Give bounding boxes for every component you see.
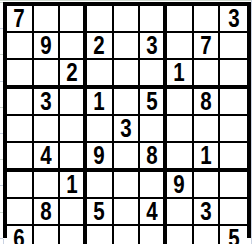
cell-r7c7[interactable]: 9 xyxy=(167,172,194,199)
cell-r8c9[interactable] xyxy=(220,199,247,226)
cell-r1c5[interactable] xyxy=(114,6,141,33)
given-digit: 8 xyxy=(146,143,157,168)
cell-r2c3[interactable] xyxy=(60,33,87,60)
cell-r3c7[interactable]: 1 xyxy=(167,60,194,89)
given-digit: 5 xyxy=(94,199,105,224)
cell-r4c5[interactable] xyxy=(114,89,141,116)
cell-r5c3[interactable] xyxy=(60,116,87,143)
cell-r2c8[interactable]: 7 xyxy=(194,33,221,60)
cell-r9c3[interactable] xyxy=(60,226,87,244)
cell-r3c4[interactable] xyxy=(87,60,114,89)
cell-r1c4[interactable] xyxy=(87,6,114,33)
cell-r4c8[interactable]: 8 xyxy=(194,89,221,116)
given-digit: 4 xyxy=(146,199,157,224)
cell-r9c9[interactable]: 5 xyxy=(220,226,247,244)
cell-r4c7[interactable] xyxy=(167,89,194,116)
cell-r8c6[interactable]: 4 xyxy=(140,199,167,226)
cell-r8c2[interactable]: 8 xyxy=(34,199,61,226)
cell-r7c2[interactable] xyxy=(34,172,61,199)
given-digit: 1 xyxy=(200,143,211,168)
cell-r2c7[interactable] xyxy=(167,33,194,60)
cell-r1c9[interactable]: 3 xyxy=(220,6,247,33)
cell-r6c2[interactable]: 4 xyxy=(34,143,61,172)
cell-r5c7[interactable] xyxy=(167,116,194,143)
cell-r3c9[interactable] xyxy=(220,60,247,89)
cell-r3c2[interactable] xyxy=(34,60,61,89)
given-digit: 3 xyxy=(120,116,131,141)
given-digit: 1 xyxy=(174,60,185,85)
cell-r1c1[interactable]: 7 xyxy=(7,6,34,33)
cell-r3c6[interactable] xyxy=(140,60,167,89)
sudoku-board: 7392372131583498119854365 xyxy=(3,2,251,238)
given-digit: 8 xyxy=(40,199,51,224)
cell-r2c9[interactable] xyxy=(220,33,247,60)
cell-r5c2[interactable] xyxy=(34,116,61,143)
cell-r2c2[interactable]: 9 xyxy=(34,33,61,60)
cell-r2c5[interactable] xyxy=(114,33,141,60)
given-digit: 9 xyxy=(174,172,185,197)
cell-r7c6[interactable] xyxy=(140,172,167,199)
cell-r3c5[interactable] xyxy=(114,60,141,89)
cell-r1c2[interactable] xyxy=(34,6,61,33)
cell-r9c8[interactable] xyxy=(194,226,221,244)
cell-r8c5[interactable] xyxy=(114,199,141,226)
given-digit: 7 xyxy=(200,33,211,58)
given-digit: 2 xyxy=(94,33,105,58)
given-digit: 2 xyxy=(66,60,77,85)
cell-r6c6[interactable]: 8 xyxy=(140,143,167,172)
given-digit: 9 xyxy=(40,33,51,58)
cell-r6c8[interactable]: 1 xyxy=(194,143,221,172)
cell-r2c6[interactable]: 3 xyxy=(140,33,167,60)
cell-r8c7[interactable] xyxy=(167,199,194,226)
cell-r7c3[interactable]: 1 xyxy=(60,172,87,199)
cell-r3c8[interactable] xyxy=(194,60,221,89)
given-digit: 6 xyxy=(14,226,25,244)
cell-r5c8[interactable] xyxy=(194,116,221,143)
cell-r6c7[interactable] xyxy=(167,143,194,172)
cell-r8c4[interactable]: 5 xyxy=(87,199,114,226)
cell-r1c6[interactable] xyxy=(140,6,167,33)
given-digit: 1 xyxy=(94,89,105,114)
cell-r7c1[interactable] xyxy=(7,172,34,199)
given-digit: 3 xyxy=(200,199,211,224)
cell-r8c1[interactable] xyxy=(7,199,34,226)
cell-r1c3[interactable] xyxy=(60,6,87,33)
cell-r9c6[interactable] xyxy=(140,226,167,244)
cell-r2c4[interactable]: 2 xyxy=(87,33,114,60)
cell-r4c1[interactable] xyxy=(7,89,34,116)
spreadsheet-gridline-right xyxy=(251,0,252,244)
spreadsheet-gridline-bottom-tick xyxy=(251,239,252,244)
cell-r9c7[interactable] xyxy=(167,226,194,244)
cell-r4c3[interactable] xyxy=(60,89,87,116)
cell-r5c9[interactable] xyxy=(220,116,247,143)
cell-r1c7[interactable] xyxy=(167,6,194,33)
given-digit: 3 xyxy=(228,6,239,31)
given-digit: 5 xyxy=(146,89,157,114)
cell-r7c4[interactable] xyxy=(87,172,114,199)
cell-r8c8[interactable]: 3 xyxy=(194,199,221,226)
cell-r6c9[interactable] xyxy=(220,143,247,172)
cell-r4c4[interactable]: 1 xyxy=(87,89,114,116)
cell-r5c1[interactable] xyxy=(7,116,34,143)
given-digit: 9 xyxy=(94,143,105,168)
given-digit: 4 xyxy=(40,143,51,168)
cell-r6c5[interactable] xyxy=(114,143,141,172)
cell-r7c8[interactable] xyxy=(194,172,221,199)
cell-r6c1[interactable] xyxy=(7,143,34,172)
spreadsheet-gridline-bottom-tick xyxy=(3,239,4,244)
cell-r3c1[interactable] xyxy=(7,60,34,89)
given-digit: 8 xyxy=(200,89,211,114)
cell-r4c9[interactable] xyxy=(220,89,247,116)
given-digit: 5 xyxy=(228,226,239,244)
cell-r5c6[interactable] xyxy=(140,116,167,143)
cell-r5c5[interactable]: 3 xyxy=(114,116,141,143)
cell-r3c3[interactable]: 2 xyxy=(60,60,87,89)
cell-r9c1[interactable]: 6 xyxy=(7,226,34,244)
cell-r9c4[interactable] xyxy=(87,226,114,244)
cell-r6c3[interactable] xyxy=(60,143,87,172)
given-digit: 1 xyxy=(66,172,77,197)
cell-r5c4[interactable] xyxy=(87,116,114,143)
cell-r9c5[interactable] xyxy=(114,226,141,244)
given-digit: 3 xyxy=(146,33,157,58)
cell-r8c3[interactable] xyxy=(60,199,87,226)
given-digit: 7 xyxy=(14,6,25,31)
cell-r9c2[interactable] xyxy=(34,226,61,244)
cell-r6c4[interactable]: 9 xyxy=(87,143,114,172)
cell-r4c2[interactable]: 3 xyxy=(34,89,61,116)
cell-r2c1[interactable] xyxy=(7,33,34,60)
cell-r4c6[interactable]: 5 xyxy=(140,89,167,116)
cell-r1c8[interactable] xyxy=(194,6,221,33)
cell-r7c9[interactable] xyxy=(220,172,247,199)
given-digit: 3 xyxy=(40,89,51,114)
cell-r7c5[interactable] xyxy=(114,172,141,199)
spreadsheet-gridline-top xyxy=(0,0,252,1)
